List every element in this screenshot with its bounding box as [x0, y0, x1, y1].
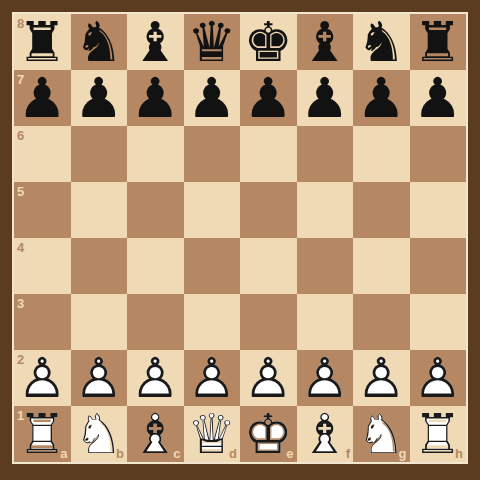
square-d6[interactable]: [184, 126, 241, 182]
white-piece-outline-glyph: ♖: [14, 406, 71, 462]
rank-label-6: 6: [17, 129, 24, 142]
piece-black-king-e8[interactable]: ♚: [240, 14, 297, 70]
white-piece-outline-glyph: ♕: [184, 406, 241, 462]
square-b3[interactable]: [71, 294, 128, 350]
piece-white-rook-a1[interactable]: ♜♖: [14, 406, 71, 462]
square-h2[interactable]: ♟♙: [410, 350, 467, 406]
white-piece-outline-glyph: ♙: [410, 350, 467, 406]
square-g1[interactable]: g♞♘: [353, 406, 410, 462]
square-e8[interactable]: ♚: [240, 14, 297, 70]
piece-black-knight-b8[interactable]: ♞: [71, 14, 128, 70]
square-d7[interactable]: ♟: [184, 70, 241, 126]
piece-white-pawn-b2[interactable]: ♟♙: [71, 350, 128, 406]
square-e3[interactable]: [240, 294, 297, 350]
square-a2[interactable]: 2♟♙: [14, 350, 71, 406]
square-a7[interactable]: 7♟: [14, 70, 71, 126]
piece-white-pawn-f2[interactable]: ♟♙: [297, 350, 354, 406]
square-a1[interactable]: 1a♜♖: [14, 406, 71, 462]
square-e2[interactable]: ♟♙: [240, 350, 297, 406]
square-d8[interactable]: ♛: [184, 14, 241, 70]
piece-white-pawn-c2[interactable]: ♟♙: [127, 350, 184, 406]
square-d5[interactable]: [184, 182, 241, 238]
square-a6[interactable]: 6: [14, 126, 71, 182]
white-piece-outline-glyph: ♘: [71, 406, 128, 462]
square-c6[interactable]: [127, 126, 184, 182]
piece-white-knight-b1[interactable]: ♞♘: [71, 406, 128, 462]
square-g6[interactable]: [353, 126, 410, 182]
piece-black-knight-g8[interactable]: ♞: [353, 14, 410, 70]
piece-black-pawn-e7[interactable]: ♟: [240, 70, 297, 126]
white-piece-outline-glyph: ♙: [297, 350, 354, 406]
square-d4[interactable]: [184, 238, 241, 294]
rank-label-5: 5: [17, 185, 24, 198]
square-e4[interactable]: [240, 238, 297, 294]
board-frame: 8♜♞♝♛♚♝♞♜7♟♟♟♟♟♟♟♟65432♟♙♟♙♟♙♟♙♟♙♟♙♟♙♟♙1…: [0, 0, 480, 480]
square-b2[interactable]: ♟♙: [71, 350, 128, 406]
square-a3[interactable]: 3: [14, 294, 71, 350]
square-b1[interactable]: b♞♘: [71, 406, 128, 462]
square-e5[interactable]: [240, 182, 297, 238]
piece-black-queen-d8[interactable]: ♛: [184, 14, 241, 70]
white-piece-outline-glyph: ♙: [184, 350, 241, 406]
piece-white-bishop-c1[interactable]: ♝♗: [127, 406, 184, 462]
square-a5[interactable]: 5: [14, 182, 71, 238]
piece-white-pawn-e2[interactable]: ♟♙: [240, 350, 297, 406]
square-e6[interactable]: [240, 126, 297, 182]
square-h7[interactable]: ♟: [410, 70, 467, 126]
white-piece-outline-glyph: ♙: [240, 350, 297, 406]
square-b5[interactable]: [71, 182, 128, 238]
piece-white-rook-h1[interactable]: ♜♖: [410, 406, 467, 462]
square-b4[interactable]: [71, 238, 128, 294]
piece-white-queen-d1[interactable]: ♛♕: [184, 406, 241, 462]
piece-black-rook-a8[interactable]: ♜: [14, 14, 71, 70]
square-g7[interactable]: ♟: [353, 70, 410, 126]
square-c5[interactable]: [127, 182, 184, 238]
square-b6[interactable]: [71, 126, 128, 182]
white-piece-outline-glyph: ♙: [127, 350, 184, 406]
square-c8[interactable]: ♝: [127, 14, 184, 70]
white-piece-outline-glyph: ♔: [240, 406, 297, 462]
piece-white-pawn-d2[interactable]: ♟♙: [184, 350, 241, 406]
square-g8[interactable]: ♞: [353, 14, 410, 70]
piece-black-pawn-c7[interactable]: ♟: [127, 70, 184, 126]
square-h6[interactable]: [410, 126, 467, 182]
white-piece-outline-glyph: ♙: [14, 350, 71, 406]
square-f1[interactable]: f♝♗: [297, 406, 354, 462]
square-f2[interactable]: ♟♙: [297, 350, 354, 406]
piece-black-pawn-d7[interactable]: ♟: [184, 70, 241, 126]
square-d3[interactable]: [184, 294, 241, 350]
square-h3[interactable]: [410, 294, 467, 350]
piece-black-rook-h8[interactable]: ♜: [410, 14, 467, 70]
square-c3[interactable]: [127, 294, 184, 350]
square-c2[interactable]: ♟♙: [127, 350, 184, 406]
piece-white-knight-g1[interactable]: ♞♘: [353, 406, 410, 462]
white-piece-outline-glyph: ♗: [297, 406, 354, 462]
square-f3[interactable]: [297, 294, 354, 350]
square-h5[interactable]: [410, 182, 467, 238]
square-g5[interactable]: [353, 182, 410, 238]
square-a4[interactable]: 4: [14, 238, 71, 294]
square-h4[interactable]: [410, 238, 467, 294]
square-d1[interactable]: d♛♕: [184, 406, 241, 462]
white-piece-outline-glyph: ♘: [353, 406, 410, 462]
square-c7[interactable]: ♟: [127, 70, 184, 126]
square-f7[interactable]: ♟: [297, 70, 354, 126]
piece-white-king-e1[interactable]: ♚♔: [240, 406, 297, 462]
square-e7[interactable]: ♟: [240, 70, 297, 126]
piece-black-pawn-h7[interactable]: ♟: [410, 70, 467, 126]
square-f8[interactable]: ♝: [297, 14, 354, 70]
white-piece-outline-glyph: ♙: [71, 350, 128, 406]
chess-board: 8♜♞♝♛♚♝♞♜7♟♟♟♟♟♟♟♟65432♟♙♟♙♟♙♟♙♟♙♟♙♟♙♟♙1…: [12, 12, 468, 464]
piece-black-pawn-a7[interactable]: ♟: [14, 70, 71, 126]
square-h1[interactable]: h♜♖: [410, 406, 467, 462]
square-h8[interactable]: ♜: [410, 14, 467, 70]
piece-white-bishop-f1[interactable]: ♝♗: [297, 406, 354, 462]
white-piece-outline-glyph: ♙: [353, 350, 410, 406]
rank-label-4: 4: [17, 241, 24, 254]
square-g2[interactable]: ♟♙: [353, 350, 410, 406]
piece-white-pawn-h2[interactable]: ♟♙: [410, 350, 467, 406]
piece-white-pawn-g2[interactable]: ♟♙: [353, 350, 410, 406]
white-piece-outline-glyph: ♗: [127, 406, 184, 462]
piece-black-pawn-f7[interactable]: ♟: [297, 70, 354, 126]
piece-black-bishop-c8[interactable]: ♝: [127, 14, 184, 70]
square-a8[interactable]: 8♜: [14, 14, 71, 70]
square-g3[interactable]: [353, 294, 410, 350]
square-f6[interactable]: [297, 126, 354, 182]
piece-black-bishop-f8[interactable]: ♝: [297, 14, 354, 70]
piece-black-pawn-g7[interactable]: ♟: [353, 70, 410, 126]
piece-white-pawn-a2[interactable]: ♟♙: [14, 350, 71, 406]
white-piece-outline-glyph: ♖: [410, 406, 467, 462]
rank-label-3: 3: [17, 297, 24, 310]
square-c1[interactable]: c♝♗: [127, 406, 184, 462]
square-f5[interactable]: [297, 182, 354, 238]
square-c4[interactable]: [127, 238, 184, 294]
square-g4[interactable]: [353, 238, 410, 294]
piece-black-pawn-b7[interactable]: ♟: [71, 70, 128, 126]
square-e1[interactable]: e♚♔: [240, 406, 297, 462]
square-b7[interactable]: ♟: [71, 70, 128, 126]
square-b8[interactable]: ♞: [71, 14, 128, 70]
square-f4[interactable]: [297, 238, 354, 294]
square-d2[interactable]: ♟♙: [184, 350, 241, 406]
